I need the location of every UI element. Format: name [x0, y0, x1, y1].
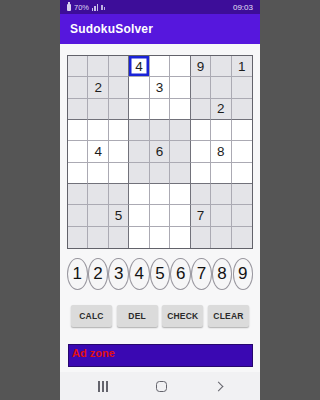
check-button[interactable]: CHECK — [162, 305, 203, 327]
cell-r3c9[interactable] — [232, 99, 252, 120]
cell-r6c4[interactable] — [129, 163, 149, 184]
cell-r3c4[interactable] — [129, 99, 149, 120]
app-screen: 70% 09:03 SudokuSolver 49123246857 12345… — [60, 0, 260, 400]
status-bar: 70% 09:03 — [60, 0, 260, 14]
cell-r2c7[interactable] — [191, 77, 211, 98]
cell-r2c2[interactable]: 2 — [88, 77, 108, 98]
cell-r1c8[interactable] — [211, 56, 231, 77]
cell-r8c9[interactable] — [232, 205, 252, 226]
cell-r6c9[interactable] — [232, 163, 252, 184]
cell-r6c8[interactable] — [211, 163, 231, 184]
cell-r8c3[interactable]: 5 — [109, 205, 129, 226]
cell-r5c4[interactable] — [129, 141, 149, 162]
cell-r8c8[interactable] — [211, 205, 231, 226]
cell-r6c3[interactable] — [109, 163, 129, 184]
cell-r9c5[interactable] — [150, 227, 170, 248]
network-icon — [101, 5, 105, 10]
cell-r5c5[interactable]: 6 — [150, 141, 170, 162]
num-button-5[interactable]: 5 — [150, 258, 171, 290]
cell-r1c7[interactable]: 9 — [191, 56, 211, 77]
cell-r8c2[interactable] — [88, 205, 108, 226]
cell-r9c3[interactable] — [109, 227, 129, 248]
cell-r7c4[interactable] — [129, 184, 149, 205]
num-button-9[interactable]: 9 — [233, 258, 254, 290]
cell-r9c8[interactable] — [211, 227, 231, 248]
cell-r4c7[interactable] — [191, 120, 211, 141]
cell-r7c2[interactable] — [88, 184, 108, 205]
cell-r2c1[interactable] — [68, 77, 88, 98]
cell-r1c3[interactable] — [109, 56, 129, 77]
clear-button[interactable]: CLEAR — [208, 305, 249, 327]
cell-r9c9[interactable] — [232, 227, 252, 248]
cell-r3c6[interactable] — [170, 99, 190, 120]
cell-r4c4[interactable] — [129, 120, 149, 141]
cell-r2c6[interactable] — [170, 77, 190, 98]
cell-r2c9[interactable] — [232, 77, 252, 98]
cell-r8c5[interactable] — [150, 205, 170, 226]
cell-r1c6[interactable] — [170, 56, 190, 77]
cell-r5c9[interactable] — [232, 141, 252, 162]
cell-r8c1[interactable] — [68, 205, 88, 226]
clock: 09:03 — [233, 3, 253, 12]
recents-icon[interactable] — [98, 381, 108, 392]
cell-r9c4[interactable] — [129, 227, 149, 248]
cell-r7c1[interactable] — [68, 184, 88, 205]
cell-r1c5[interactable] — [150, 56, 170, 77]
cell-r1c9[interactable]: 1 — [232, 56, 252, 77]
cell-r3c7[interactable] — [191, 99, 211, 120]
cell-r9c2[interactable] — [88, 227, 108, 248]
cell-r2c3[interactable] — [109, 77, 129, 98]
cell-r5c3[interactable] — [109, 141, 129, 162]
cell-r1c1[interactable] — [68, 56, 88, 77]
cell-r3c2[interactable] — [88, 99, 108, 120]
del-button[interactable]: DEL — [117, 305, 158, 327]
sudoku-board: 49123246857 — [67, 55, 253, 249]
cell-r7c3[interactable] — [109, 184, 129, 205]
cell-r2c5[interactable]: 3 — [150, 77, 170, 98]
cell-r9c1[interactable] — [68, 227, 88, 248]
cell-r2c4[interactable] — [129, 77, 149, 98]
ad-banner[interactable]: Ad zone — [68, 344, 253, 367]
cell-r5c1[interactable] — [68, 141, 88, 162]
cell-r4c5[interactable] — [150, 120, 170, 141]
app-bar: SudokuSolver — [60, 14, 260, 44]
cell-r7c8[interactable] — [211, 184, 231, 205]
num-button-1[interactable]: 1 — [67, 258, 88, 290]
cell-r6c2[interactable] — [88, 163, 108, 184]
status-left: 70% — [67, 3, 233, 12]
cell-r6c1[interactable] — [68, 163, 88, 184]
num-button-3[interactable]: 3 — [108, 258, 129, 290]
cell-r6c5[interactable] — [150, 163, 170, 184]
cell-r5c6[interactable] — [170, 141, 190, 162]
cell-r3c8[interactable]: 2 — [211, 99, 231, 120]
android-nav-bar — [60, 372, 260, 400]
cell-r3c1[interactable] — [68, 99, 88, 120]
cell-r4c3[interactable] — [109, 120, 129, 141]
cell-r7c9[interactable] — [232, 184, 252, 205]
cell-r1c4[interactable]: 4 — [129, 56, 149, 77]
battery-percent: 70% — [74, 3, 89, 12]
app-title: SudokuSolver — [70, 22, 153, 36]
cell-r9c7[interactable] — [191, 227, 211, 248]
num-button-2[interactable]: 2 — [88, 258, 109, 290]
calc-button[interactable]: CALC — [71, 305, 112, 327]
cell-r4c6[interactable] — [170, 120, 190, 141]
cell-r2c8[interactable] — [211, 77, 231, 98]
number-keypad: 123456789 — [67, 257, 253, 290]
battery-icon — [67, 4, 71, 11]
cell-r7c6[interactable] — [170, 184, 190, 205]
num-button-8[interactable]: 8 — [212, 258, 233, 290]
num-button-6[interactable]: 6 — [170, 258, 191, 290]
cell-r7c7[interactable] — [191, 184, 211, 205]
home-icon[interactable] — [156, 381, 167, 392]
signal-icon — [92, 4, 98, 11]
cell-r4c9[interactable] — [232, 120, 252, 141]
cell-r6c7[interactable] — [191, 163, 211, 184]
cell-r3c3[interactable] — [109, 99, 129, 120]
cell-r5c8[interactable]: 8 — [211, 141, 231, 162]
action-buttons: CALCDELCHECKCLEAR — [71, 305, 249, 327]
cell-r7c5[interactable] — [150, 184, 170, 205]
cell-r3c5[interactable] — [150, 99, 170, 120]
ad-label: Ad zone — [72, 347, 115, 359]
cell-r8c6[interactable] — [170, 205, 190, 226]
cell-r6c6[interactable] — [170, 163, 190, 184]
cell-r8c4[interactable] — [129, 205, 149, 226]
cell-r5c2[interactable]: 4 — [88, 141, 108, 162]
num-button-7[interactable]: 7 — [191, 258, 212, 290]
num-button-4[interactable]: 4 — [129, 258, 150, 290]
cell-r9c6[interactable] — [170, 227, 190, 248]
cell-r1c2[interactable] — [88, 56, 108, 77]
cell-r5c7[interactable] — [191, 141, 211, 162]
cell-r4c8[interactable] — [211, 120, 231, 141]
back-icon[interactable] — [214, 381, 224, 391]
cell-r4c1[interactable] — [68, 120, 88, 141]
cell-r4c2[interactable] — [88, 120, 108, 141]
cell-r8c7[interactable]: 7 — [191, 205, 211, 226]
